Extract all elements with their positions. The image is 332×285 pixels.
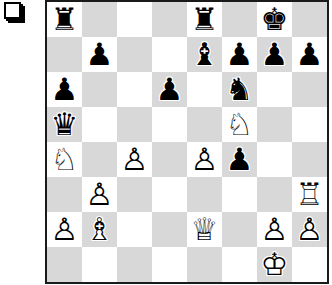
white-pawn-c4-fill: ♟ xyxy=(117,142,152,177)
square-c7[interactable] xyxy=(117,37,152,72)
square-e5[interactable] xyxy=(187,107,222,142)
square-h3[interactable]: ♜♖ xyxy=(292,177,327,212)
square-b6[interactable] xyxy=(82,72,117,107)
square-e8[interactable]: ♜ xyxy=(187,2,222,37)
square-d5[interactable] xyxy=(152,107,187,142)
square-g7[interactable]: ♟ xyxy=(257,37,292,72)
black-rook-e8: ♜ xyxy=(187,2,222,37)
square-e4[interactable]: ♟♙ xyxy=(187,142,222,177)
black-queen-a5: ♛ xyxy=(47,107,82,142)
black-knight-f6: ♞ xyxy=(222,72,257,107)
white-pawn-b3-fill: ♟ xyxy=(82,177,117,212)
black-rook-a8: ♜ xyxy=(47,2,82,37)
square-a6[interactable]: ♟ xyxy=(47,72,82,107)
white-pawn-a2: ♙ xyxy=(47,212,82,247)
white-to-move-indicator xyxy=(4,2,21,19)
square-f6[interactable]: ♞ xyxy=(222,72,257,107)
white-knight-f5: ♘ xyxy=(222,107,257,142)
white-rook-h3-fill: ♜ xyxy=(292,177,327,212)
white-king-g1-fill: ♚ xyxy=(257,247,292,282)
square-g8[interactable]: ♚ xyxy=(257,2,292,37)
square-b2[interactable]: ♝♗ xyxy=(82,212,117,247)
black-pawn-a6: ♟ xyxy=(47,72,82,107)
square-d8[interactable] xyxy=(152,2,187,37)
square-a5[interactable]: ♛ xyxy=(47,107,82,142)
white-rook-h3: ♖ xyxy=(292,177,327,212)
black-king-g8: ♚ xyxy=(257,2,292,37)
square-h8[interactable] xyxy=(292,2,327,37)
square-d2[interactable] xyxy=(152,212,187,247)
square-d1[interactable] xyxy=(152,247,187,282)
square-g4[interactable] xyxy=(257,142,292,177)
square-g3[interactable] xyxy=(257,177,292,212)
chess-board: ♜♜♚♟♝♟♟♟♟♟♞♛♞♘♞♘♟♙♟♙♟♟♙♜♖♟♙♝♗♛♕♟♙♟♙♚♔ xyxy=(45,0,329,284)
white-pawn-c4: ♙ xyxy=(117,142,152,177)
black-pawn-g7: ♟ xyxy=(257,37,292,72)
black-pawn-f7: ♟ xyxy=(222,37,257,72)
white-pawn-b3: ♙ xyxy=(82,177,117,212)
square-g6[interactable] xyxy=(257,72,292,107)
square-f1[interactable] xyxy=(222,247,257,282)
square-g5[interactable] xyxy=(257,107,292,142)
white-bishop-b2-fill: ♝ xyxy=(82,212,117,247)
white-pawn-a2-fill: ♟ xyxy=(47,212,82,247)
square-b5[interactable] xyxy=(82,107,117,142)
square-f4[interactable]: ♟ xyxy=(222,142,257,177)
square-b1[interactable] xyxy=(82,247,117,282)
square-f2[interactable] xyxy=(222,212,257,247)
white-pawn-h2: ♙ xyxy=(292,212,327,247)
square-e2[interactable]: ♛♕ xyxy=(187,212,222,247)
square-d3[interactable] xyxy=(152,177,187,212)
white-pawn-h2-fill: ♟ xyxy=(292,212,327,247)
chess-diagram-page: ♜♜♚♟♝♟♟♟♟♟♞♛♞♘♞♘♟♙♟♙♟♟♙♜♖♟♙♝♗♛♕♟♙♟♙♚♔ xyxy=(0,0,332,285)
square-a4[interactable]: ♞♘ xyxy=(47,142,82,177)
square-c2[interactable] xyxy=(117,212,152,247)
square-f8[interactable] xyxy=(222,2,257,37)
black-pawn-f4: ♟ xyxy=(222,142,257,177)
square-d4[interactable] xyxy=(152,142,187,177)
square-h6[interactable] xyxy=(292,72,327,107)
square-a3[interactable] xyxy=(47,177,82,212)
square-f3[interactable] xyxy=(222,177,257,212)
square-c8[interactable] xyxy=(117,2,152,37)
square-a8[interactable]: ♜ xyxy=(47,2,82,37)
white-king-g1: ♔ xyxy=(257,247,292,282)
black-pawn-d6: ♟ xyxy=(152,72,187,107)
square-e6[interactable] xyxy=(187,72,222,107)
black-bishop-e7: ♝ xyxy=(187,37,222,72)
square-h5[interactable] xyxy=(292,107,327,142)
square-f5[interactable]: ♞♘ xyxy=(222,107,257,142)
white-queen-e2-fill: ♛ xyxy=(187,212,222,247)
white-pawn-e4: ♙ xyxy=(187,142,222,177)
square-e7[interactable]: ♝ xyxy=(187,37,222,72)
white-knight-a4: ♘ xyxy=(47,142,82,177)
square-a2[interactable]: ♟♙ xyxy=(47,212,82,247)
square-f7[interactable]: ♟ xyxy=(222,37,257,72)
square-h4[interactable] xyxy=(292,142,327,177)
square-b3[interactable]: ♟♙ xyxy=(82,177,117,212)
square-c1[interactable] xyxy=(117,247,152,282)
square-c4[interactable]: ♟♙ xyxy=(117,142,152,177)
square-g1[interactable]: ♚♔ xyxy=(257,247,292,282)
white-queen-e2: ♕ xyxy=(187,212,222,247)
square-b7[interactable]: ♟ xyxy=(82,37,117,72)
square-e1[interactable] xyxy=(187,247,222,282)
white-knight-f5-fill: ♞ xyxy=(222,107,257,142)
black-pawn-b7: ♟ xyxy=(82,37,117,72)
square-d7[interactable] xyxy=(152,37,187,72)
square-a7[interactable] xyxy=(47,37,82,72)
square-c3[interactable] xyxy=(117,177,152,212)
black-pawn-h7: ♟ xyxy=(292,37,327,72)
square-h2[interactable]: ♟♙ xyxy=(292,212,327,247)
square-b8[interactable] xyxy=(82,2,117,37)
square-e3[interactable] xyxy=(187,177,222,212)
square-b4[interactable] xyxy=(82,142,117,177)
square-c6[interactable] xyxy=(117,72,152,107)
white-pawn-e4-fill: ♟ xyxy=(187,142,222,177)
white-pawn-g2: ♙ xyxy=(257,212,292,247)
square-c5[interactable] xyxy=(117,107,152,142)
white-knight-a4-fill: ♞ xyxy=(47,142,82,177)
white-bishop-b2: ♗ xyxy=(82,212,117,247)
square-d6[interactable]: ♟ xyxy=(152,72,187,107)
white-pawn-g2-fill: ♟ xyxy=(257,212,292,247)
square-a1[interactable] xyxy=(47,247,82,282)
square-h1[interactable] xyxy=(292,247,327,282)
square-g2[interactable]: ♟♙ xyxy=(257,212,292,247)
square-h7[interactable]: ♟ xyxy=(292,37,327,72)
